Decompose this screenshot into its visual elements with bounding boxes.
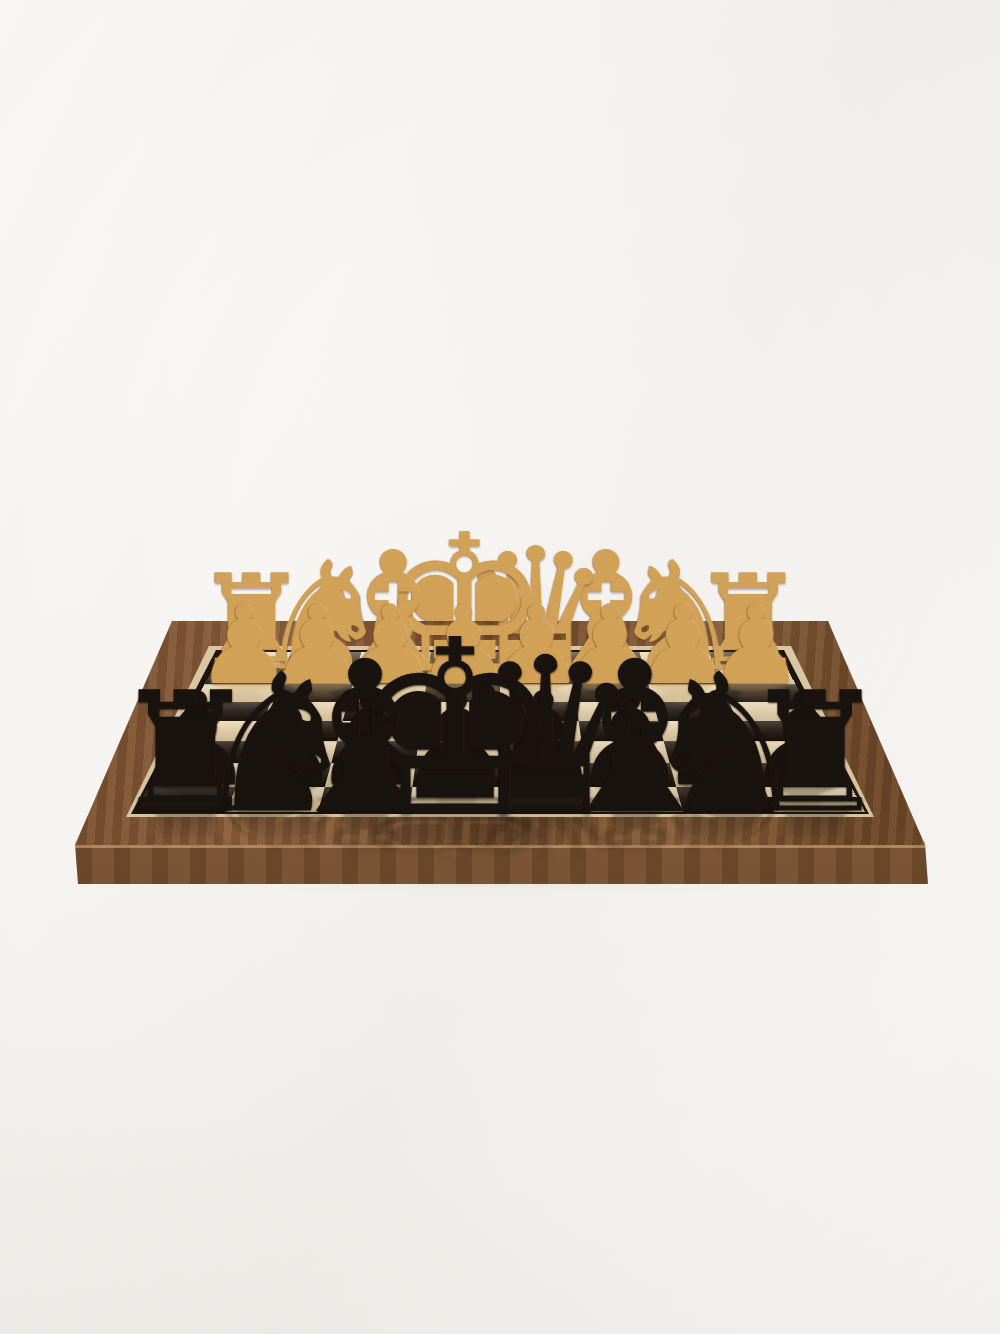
piece-black-rook-h8: ♜ [111,670,259,836]
chess-set-photo: ♜♜♞♞♝♝♛♛♚♚♝♝♞♞♜♜♟♟♟♟♟♟♟♟♟♟♟♟♟♟♟♟♟♟♟♟♟♟♟♟… [0,0,1000,1334]
chess-pieces-layer: ♜♜♞♞♝♝♛♛♚♚♝♝♞♞♜♜♟♟♟♟♟♟♟♟♟♟♟♟♟♟♟♟♟♟♟♟♟♟♟♟… [0,0,1000,1334]
